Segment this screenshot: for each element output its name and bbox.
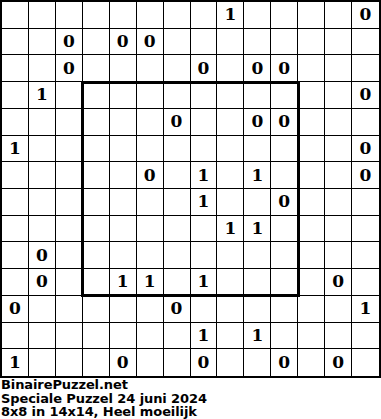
- cell-r0c13: 0: [352, 2, 379, 29]
- cell-r8c1[interactable]: [29, 216, 56, 243]
- cell-r13c12: 0: [325, 349, 352, 376]
- cell-r7c0[interactable]: [2, 189, 29, 216]
- cell-r11c6: 0: [164, 296, 191, 323]
- cell-r3c2[interactable]: [56, 82, 83, 109]
- cell-r0c11[interactable]: [298, 2, 325, 29]
- cell-r13c1[interactable]: [29, 349, 56, 376]
- cell-r13c8[interactable]: [217, 349, 244, 376]
- cell-r12c13[interactable]: [352, 323, 379, 350]
- cell-r4c7[interactable]: [191, 109, 218, 136]
- cell-r3c6[interactable]: [164, 82, 191, 109]
- cell-r7c9[interactable]: [244, 189, 271, 216]
- cell-r1c6[interactable]: [164, 29, 191, 56]
- footer-subtitle: Speciale Puzzel 24 juni 2024: [1, 392, 381, 406]
- cell-r7c11[interactable]: [298, 189, 325, 216]
- cell-r5c5[interactable]: [137, 136, 164, 163]
- cell-r8c2[interactable]: [56, 216, 83, 243]
- cell-r12c1[interactable]: [29, 323, 56, 350]
- cell-r4c12[interactable]: [325, 109, 352, 136]
- cell-r8c6[interactable]: [164, 216, 191, 243]
- cell-r0c1[interactable]: [29, 2, 56, 29]
- cell-r6c4[interactable]: [110, 162, 137, 189]
- cell-r11c9[interactable]: [244, 296, 271, 323]
- cell-r3c1: 1: [29, 82, 56, 109]
- cell-r11c8[interactable]: [217, 296, 244, 323]
- cell-r5c13: 0: [352, 136, 379, 163]
- cell-r13c3[interactable]: [83, 349, 110, 376]
- cell-r9c12[interactable]: [325, 242, 352, 269]
- cell-r9c9[interactable]: [244, 242, 271, 269]
- cell-r2c6[interactable]: [164, 55, 191, 82]
- cell-r9c11[interactable]: [298, 242, 325, 269]
- cell-r6c11[interactable]: [298, 162, 325, 189]
- cell-r4c9: 0: [244, 109, 271, 136]
- cell-r7c2[interactable]: [56, 189, 83, 216]
- cell-r6c9: 1: [244, 162, 271, 189]
- cell-r12c11[interactable]: [298, 323, 325, 350]
- cell-r7c12[interactable]: [325, 189, 352, 216]
- cell-r2c3[interactable]: [83, 55, 110, 82]
- cell-r12c5[interactable]: [137, 323, 164, 350]
- cell-r7c5[interactable]: [137, 189, 164, 216]
- cell-r1c9[interactable]: [244, 29, 271, 56]
- cell-r0c5[interactable]: [137, 2, 164, 29]
- cell-r9c13[interactable]: [352, 242, 379, 269]
- cell-r11c5[interactable]: [137, 296, 164, 323]
- cell-r11c3[interactable]: [83, 296, 110, 323]
- cell-r7c10: 0: [271, 189, 298, 216]
- cell-r8c9: 1: [244, 216, 271, 243]
- cell-r13c0: 1: [2, 349, 29, 376]
- cell-r2c4[interactable]: [110, 55, 137, 82]
- cell-r5c9[interactable]: [244, 136, 271, 163]
- cell-r8c12[interactable]: [325, 216, 352, 243]
- cell-r11c7[interactable]: [191, 296, 218, 323]
- cell-r0c0[interactable]: [2, 2, 29, 29]
- cell-r11c10[interactable]: [271, 296, 298, 323]
- cell-r13c2[interactable]: [56, 349, 83, 376]
- cell-r9c4[interactable]: [110, 242, 137, 269]
- cell-r12c12[interactable]: [325, 323, 352, 350]
- cell-r3c11[interactable]: [298, 82, 325, 109]
- cell-r10c12: 0: [325, 269, 352, 296]
- cell-r3c0[interactable]: [2, 82, 29, 109]
- cell-r9c8[interactable]: [217, 242, 244, 269]
- cell-r9c2[interactable]: [56, 242, 83, 269]
- cell-r11c1[interactable]: [29, 296, 56, 323]
- cell-r2c11[interactable]: [298, 55, 325, 82]
- cell-r9c5[interactable]: [137, 242, 164, 269]
- cell-r6c5: 0: [137, 162, 164, 189]
- cell-r7c1[interactable]: [29, 189, 56, 216]
- cell-r8c11[interactable]: [298, 216, 325, 243]
- cell-r4c11[interactable]: [298, 109, 325, 136]
- cell-r4c10: 0: [271, 109, 298, 136]
- cell-r10c3[interactable]: [83, 269, 110, 296]
- cell-r0c4[interactable]: [110, 2, 137, 29]
- cell-r10c0[interactable]: [2, 269, 29, 296]
- cell-r10c2[interactable]: [56, 269, 83, 296]
- cell-r3c10[interactable]: [271, 82, 298, 109]
- cell-r13c13[interactable]: [352, 349, 379, 376]
- cell-r3c9[interactable]: [244, 82, 271, 109]
- cell-r12c6[interactable]: [164, 323, 191, 350]
- cell-r1c11[interactable]: [298, 29, 325, 56]
- cell-r8c5[interactable]: [137, 216, 164, 243]
- cell-r13c7: 0: [191, 349, 218, 376]
- cell-r0c8: 1: [217, 2, 244, 29]
- cell-r10c1: 0: [29, 269, 56, 296]
- cell-r6c10[interactable]: [271, 162, 298, 189]
- cell-r3c3[interactable]: [83, 82, 110, 109]
- cell-r9c3[interactable]: [83, 242, 110, 269]
- cell-r2c2: 0: [56, 55, 83, 82]
- cell-r11c4[interactable]: [110, 296, 137, 323]
- cell-r6c3[interactable]: [83, 162, 110, 189]
- cell-r13c10: 0: [271, 349, 298, 376]
- cell-r0c10[interactable]: [271, 2, 298, 29]
- cell-r12c7: 1: [191, 323, 218, 350]
- cell-r2c13[interactable]: [352, 55, 379, 82]
- cell-r10c10[interactable]: [271, 269, 298, 296]
- cell-r1c1[interactable]: [29, 29, 56, 56]
- cell-r5c1[interactable]: [29, 136, 56, 163]
- cell-r10c7: 1: [191, 269, 218, 296]
- cell-r2c10: 0: [271, 55, 298, 82]
- cell-r11c2[interactable]: [56, 296, 83, 323]
- cell-r0c12[interactable]: [325, 2, 352, 29]
- cell-r1c10[interactable]: [271, 29, 298, 56]
- cell-r0c2[interactable]: [56, 2, 83, 29]
- cell-r4c2[interactable]: [56, 109, 83, 136]
- cell-r9c6[interactable]: [164, 242, 191, 269]
- cell-r5c7[interactable]: [191, 136, 218, 163]
- cell-r10c4: 1: [110, 269, 137, 296]
- cell-r3c4[interactable]: [110, 82, 137, 109]
- cell-r10c13[interactable]: [352, 269, 379, 296]
- cell-r8c13[interactable]: [352, 216, 379, 243]
- cell-r4c1[interactable]: [29, 109, 56, 136]
- cell-r2c7: 0: [191, 55, 218, 82]
- cell-r5c3[interactable]: [83, 136, 110, 163]
- cell-r5c0: 1: [2, 136, 29, 163]
- cell-r6c12[interactable]: [325, 162, 352, 189]
- puzzle-board: 1000000001000010011010110011100011110000: [0, 0, 381, 378]
- cell-r8c4[interactable]: [110, 216, 137, 243]
- cell-r5c11[interactable]: [298, 136, 325, 163]
- cell-r11c0: 0: [2, 296, 29, 323]
- cell-r12c8[interactable]: [217, 323, 244, 350]
- cell-r9c7[interactable]: [191, 242, 218, 269]
- cell-r7c7: 1: [191, 189, 218, 216]
- cell-r10c9[interactable]: [244, 269, 271, 296]
- cell-r4c0[interactable]: [2, 109, 29, 136]
- cell-r1c12[interactable]: [325, 29, 352, 56]
- cell-r11c13: 1: [352, 296, 379, 323]
- cell-r2c9: 0: [244, 55, 271, 82]
- cell-r2c0[interactable]: [2, 55, 29, 82]
- cell-r7c8[interactable]: [217, 189, 244, 216]
- cell-r6c8[interactable]: [217, 162, 244, 189]
- cell-r7c6[interactable]: [164, 189, 191, 216]
- cell-r2c1[interactable]: [29, 55, 56, 82]
- cell-r13c6[interactable]: [164, 349, 191, 376]
- cell-r2c8[interactable]: [217, 55, 244, 82]
- cell-r8c8: 1: [217, 216, 244, 243]
- cell-r5c2[interactable]: [56, 136, 83, 163]
- cell-r8c0[interactable]: [2, 216, 29, 243]
- cell-r12c9: 1: [244, 323, 271, 350]
- cell-r6c7: 1: [191, 162, 218, 189]
- cell-r12c3[interactable]: [83, 323, 110, 350]
- cell-r1c4: 0: [110, 29, 137, 56]
- cell-r8c10[interactable]: [271, 216, 298, 243]
- cell-r0c6[interactable]: [164, 2, 191, 29]
- cell-r7c13[interactable]: [352, 189, 379, 216]
- cell-r6c1[interactable]: [29, 162, 56, 189]
- cell-r2c5[interactable]: [137, 55, 164, 82]
- cell-r3c7[interactable]: [191, 82, 218, 109]
- cell-r4c5[interactable]: [137, 109, 164, 136]
- cell-r5c8[interactable]: [217, 136, 244, 163]
- cell-r6c6[interactable]: [164, 162, 191, 189]
- cell-r6c2[interactable]: [56, 162, 83, 189]
- cell-r13c4: 0: [110, 349, 137, 376]
- cell-r1c0[interactable]: [2, 29, 29, 56]
- cell-r0c3[interactable]: [83, 2, 110, 29]
- cell-r10c11[interactable]: [298, 269, 325, 296]
- cell-r6c0[interactable]: [2, 162, 29, 189]
- cell-r2c12[interactable]: [325, 55, 352, 82]
- cell-r1c3[interactable]: [83, 29, 110, 56]
- cell-r3c13: 0: [352, 82, 379, 109]
- cell-r9c10[interactable]: [271, 242, 298, 269]
- cell-r7c3[interactable]: [83, 189, 110, 216]
- cell-r3c5[interactable]: [137, 82, 164, 109]
- footer: BinairePuzzel.net Speciale Puzzel 24 jun…: [0, 378, 381, 419]
- cell-r1c7[interactable]: [191, 29, 218, 56]
- cell-r12c4[interactable]: [110, 323, 137, 350]
- cell-r6c13: 0: [352, 162, 379, 189]
- cell-r12c10[interactable]: [271, 323, 298, 350]
- cell-r4c4[interactable]: [110, 109, 137, 136]
- cell-r9c1: 0: [29, 242, 56, 269]
- cell-r5c10[interactable]: [271, 136, 298, 163]
- cell-r10c6[interactable]: [164, 269, 191, 296]
- cell-r8c3[interactable]: [83, 216, 110, 243]
- cell-r4c3[interactable]: [83, 109, 110, 136]
- cell-r13c5[interactable]: [137, 349, 164, 376]
- cell-r3c12[interactable]: [325, 82, 352, 109]
- footer-site: BinairePuzzel.net: [1, 378, 381, 392]
- cell-r4c6: 0: [164, 109, 191, 136]
- cell-r11c11[interactable]: [298, 296, 325, 323]
- cell-r5c12[interactable]: [325, 136, 352, 163]
- footer-info: 8x8 in 14x14, Heel moeilijk: [1, 405, 381, 419]
- cell-r11c12[interactable]: [325, 296, 352, 323]
- cell-r0c7[interactable]: [191, 2, 218, 29]
- cell-r13c11[interactable]: [298, 349, 325, 376]
- cell-r12c0[interactable]: [2, 323, 29, 350]
- cell-r5c6[interactable]: [164, 136, 191, 163]
- cell-r4c8[interactable]: [217, 109, 244, 136]
- cell-r5c4[interactable]: [110, 136, 137, 163]
- cell-r9c0[interactable]: [2, 242, 29, 269]
- cell-r10c5: 1: [137, 269, 164, 296]
- cell-r12c2[interactable]: [56, 323, 83, 350]
- cell-r13c9[interactable]: [244, 349, 271, 376]
- cell-r1c5: 0: [137, 29, 164, 56]
- cell-r10c8[interactable]: [217, 269, 244, 296]
- cell-r0c9[interactable]: [244, 2, 271, 29]
- cell-r4c13[interactable]: [352, 109, 379, 136]
- cell-r7c4[interactable]: [110, 189, 137, 216]
- cell-r1c13[interactable]: [352, 29, 379, 56]
- cell-r3c8[interactable]: [217, 82, 244, 109]
- cell-r8c7[interactable]: [191, 216, 218, 243]
- cell-r1c2: 0: [56, 29, 83, 56]
- cell-r1c8[interactable]: [217, 29, 244, 56]
